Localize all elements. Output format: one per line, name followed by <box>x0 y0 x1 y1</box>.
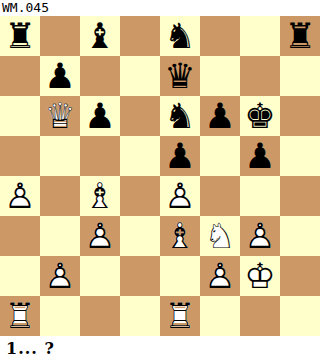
square-c1[interactable] <box>80 296 120 336</box>
square-d2[interactable] <box>120 256 160 296</box>
square-f2[interactable]: ♟♙ <box>200 256 240 296</box>
white-pawn: ♟♙ <box>80 216 120 256</box>
white-pawn: ♟♙ <box>200 256 240 296</box>
square-c2[interactable] <box>80 256 120 296</box>
square-d3[interactable] <box>120 216 160 256</box>
square-f3[interactable]: ♞♘ <box>200 216 240 256</box>
white-pawn: ♟♙ <box>0 176 40 216</box>
black-queen: ♛ <box>160 56 200 96</box>
black-rook: ♜ <box>0 16 40 56</box>
black-knight: ♞ <box>160 16 200 56</box>
square-f7[interactable] <box>200 56 240 96</box>
square-h6[interactable] <box>280 96 320 136</box>
square-d5[interactable] <box>120 136 160 176</box>
black-pawn: ♟ <box>240 136 280 176</box>
black-knight: ♞ <box>160 96 200 136</box>
black-king: ♚ <box>240 96 280 136</box>
square-g8[interactable] <box>240 16 280 56</box>
square-b5[interactable] <box>40 136 80 176</box>
square-g6[interactable]: ♚ <box>240 96 280 136</box>
square-a4[interactable]: ♟♙ <box>0 176 40 216</box>
square-h1[interactable] <box>280 296 320 336</box>
square-f8[interactable] <box>200 16 240 56</box>
white-rook: ♜♖ <box>0 296 40 336</box>
black-pawn: ♟ <box>160 136 200 176</box>
square-a6[interactable] <box>0 96 40 136</box>
white-queen: ♛♕ <box>40 96 80 136</box>
black-pawn: ♟ <box>80 96 120 136</box>
square-b2[interactable]: ♟♙ <box>40 256 80 296</box>
square-e3[interactable]: ♝♗ <box>160 216 200 256</box>
square-b8[interactable] <box>40 16 80 56</box>
square-g3[interactable]: ♟♙ <box>240 216 280 256</box>
puzzle-title: WM.045 <box>0 0 320 16</box>
square-e8[interactable]: ♞ <box>160 16 200 56</box>
square-c8[interactable]: ♝ <box>80 16 120 56</box>
square-a3[interactable] <box>0 216 40 256</box>
square-e4[interactable]: ♟♙ <box>160 176 200 216</box>
square-h3[interactable] <box>280 216 320 256</box>
square-d4[interactable] <box>120 176 160 216</box>
square-f5[interactable] <box>200 136 240 176</box>
square-a7[interactable] <box>0 56 40 96</box>
square-b4[interactable] <box>40 176 80 216</box>
white-king: ♚♔ <box>240 256 280 296</box>
square-g7[interactable] <box>240 56 280 96</box>
square-e6[interactable]: ♞ <box>160 96 200 136</box>
square-e7[interactable]: ♛ <box>160 56 200 96</box>
square-d7[interactable] <box>120 56 160 96</box>
square-b6[interactable]: ♛♕ <box>40 96 80 136</box>
white-rook: ♜♖ <box>160 296 200 336</box>
black-rook: ♜ <box>280 16 320 56</box>
square-g5[interactable]: ♟ <box>240 136 280 176</box>
square-h2[interactable] <box>280 256 320 296</box>
black-pawn: ♟ <box>200 96 240 136</box>
square-a1[interactable]: ♜♖ <box>0 296 40 336</box>
square-f4[interactable] <box>200 176 240 216</box>
square-g2[interactable]: ♚♔ <box>240 256 280 296</box>
square-g1[interactable] <box>240 296 280 336</box>
white-bishop: ♝♗ <box>80 176 120 216</box>
square-b1[interactable] <box>40 296 80 336</box>
white-pawn: ♟♙ <box>240 216 280 256</box>
square-a5[interactable] <box>0 136 40 176</box>
square-c7[interactable] <box>80 56 120 96</box>
square-b3[interactable] <box>40 216 80 256</box>
square-e2[interactable] <box>160 256 200 296</box>
square-h8[interactable]: ♜ <box>280 16 320 56</box>
square-h7[interactable] <box>280 56 320 96</box>
white-pawn: ♟♙ <box>160 176 200 216</box>
square-h4[interactable] <box>280 176 320 216</box>
square-d1[interactable] <box>120 296 160 336</box>
square-c5[interactable] <box>80 136 120 176</box>
square-d6[interactable] <box>120 96 160 136</box>
chess-board: ♜♝♞♜♟♛♛♕♟♞♟♚♟♟♟♙♝♗♟♙♟♙♝♗♞♘♟♙♟♙♟♙♚♔♜♖♜♖ <box>0 16 320 336</box>
white-knight: ♞♘ <box>200 216 240 256</box>
square-e1[interactable]: ♜♖ <box>160 296 200 336</box>
chess-puzzle-app: WM.045 ♜♝♞♜♟♛♛♕♟♞♟♚♟♟♟♙♝♗♟♙♟♙♝♗♞♘♟♙♟♙♟♙♚… <box>0 0 320 360</box>
square-a8[interactable]: ♜ <box>0 16 40 56</box>
white-bishop: ♝♗ <box>160 216 200 256</box>
white-pawn: ♟♙ <box>40 256 80 296</box>
square-f6[interactable]: ♟ <box>200 96 240 136</box>
square-e5[interactable]: ♟ <box>160 136 200 176</box>
square-g4[interactable] <box>240 176 280 216</box>
move-prompt: 1... ? <box>0 336 320 360</box>
square-b7[interactable]: ♟ <box>40 56 80 96</box>
black-bishop: ♝ <box>80 16 120 56</box>
square-a2[interactable] <box>0 256 40 296</box>
square-c6[interactable]: ♟ <box>80 96 120 136</box>
square-d8[interactable] <box>120 16 160 56</box>
square-c4[interactable]: ♝♗ <box>80 176 120 216</box>
square-h5[interactable] <box>280 136 320 176</box>
square-f1[interactable] <box>200 296 240 336</box>
square-c3[interactable]: ♟♙ <box>80 216 120 256</box>
black-pawn: ♟ <box>40 56 80 96</box>
